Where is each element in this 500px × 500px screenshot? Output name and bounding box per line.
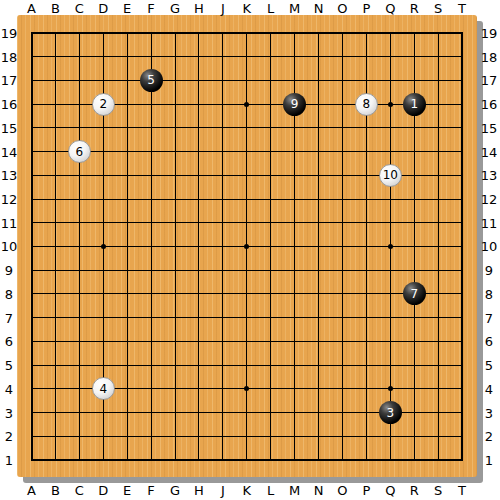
coord-label-bottom-F: F (147, 483, 154, 498)
star-point-K16 (244, 102, 249, 107)
stone-black-9-M16[interactable]: 9 (283, 93, 306, 116)
coord-label-bottom-C: C (75, 483, 84, 498)
coord-label-right-13: 13 (481, 168, 498, 183)
coord-label-left-15: 15 (1, 120, 18, 135)
coord-label-right-19: 19 (481, 26, 498, 41)
coord-label-right-8: 8 (485, 286, 493, 301)
coord-label-left-18: 18 (1, 49, 18, 64)
coord-label-top-M: M (289, 1, 300, 16)
coord-label-top-O: O (337, 1, 347, 16)
coord-label-right-18: 18 (481, 49, 498, 64)
coord-label-left-4: 4 (5, 381, 13, 396)
coord-label-top-L: L (267, 1, 274, 16)
coord-label-right-15: 15 (481, 120, 498, 135)
coord-label-top-G: G (170, 1, 180, 16)
stone-black-3-Q3[interactable]: 3 (379, 401, 402, 424)
coord-label-bottom-D: D (98, 483, 108, 498)
coord-label-left-1: 1 (5, 452, 13, 467)
coord-label-right-6: 6 (485, 334, 493, 349)
coord-label-right-5: 5 (485, 358, 493, 373)
grid-line-vertical (438, 32, 439, 461)
grid-line-horizontal (31, 436, 464, 437)
grid-line-horizontal (31, 365, 464, 366)
coord-label-left-13: 13 (1, 168, 18, 183)
coord-label-left-7: 7 (5, 310, 13, 325)
go-board-diagram: AABBCCDDEEFFGGHHJJKKLLMMNNOOPPQQRRSSTT19… (0, 0, 500, 500)
coord-label-left-5: 5 (5, 358, 13, 373)
coord-label-bottom-B: B (51, 483, 60, 498)
coord-label-top-J: J (221, 1, 225, 16)
stone-white-6-C14[interactable]: 6 (68, 140, 91, 163)
stone-white-8-P16[interactable]: 8 (355, 93, 378, 116)
coord-label-top-Q: Q (385, 1, 395, 16)
grid-line-horizontal (31, 341, 464, 342)
coord-label-left-12: 12 (1, 192, 18, 207)
coord-label-left-10: 10 (1, 239, 18, 254)
move-number: 4 (99, 383, 107, 395)
stone-black-5-F17[interactable]: 5 (140, 69, 163, 92)
coord-label-bottom-O: O (337, 483, 347, 498)
coord-label-left-2: 2 (5, 429, 13, 444)
coord-label-right-10: 10 (481, 239, 498, 254)
stone-black-1-R16[interactable]: 1 (403, 93, 426, 116)
grid-line-horizontal (31, 293, 464, 294)
coord-label-top-B: B (51, 1, 60, 16)
move-number: 8 (363, 98, 371, 110)
coord-label-top-D: D (98, 1, 108, 16)
coord-label-right-2: 2 (485, 429, 493, 444)
move-number: 10 (383, 169, 398, 181)
stone-black-7-R8[interactable]: 7 (403, 282, 426, 305)
coord-label-top-N: N (314, 1, 324, 16)
coord-label-bottom-N: N (314, 483, 324, 498)
coord-label-right-11: 11 (481, 215, 498, 230)
grid-line-vertical (461, 32, 463, 461)
coord-label-bottom-G: G (170, 483, 180, 498)
coord-label-bottom-Q: Q (385, 483, 395, 498)
coord-label-bottom-E: E (123, 483, 131, 498)
coord-label-top-E: E (123, 1, 131, 16)
move-number: 9 (291, 98, 299, 110)
stone-white-2-D16[interactable]: 2 (92, 93, 115, 116)
move-number: 5 (147, 74, 155, 86)
coord-label-left-16: 16 (1, 97, 18, 112)
coord-label-top-A: A (27, 1, 36, 16)
coord-label-top-H: H (194, 1, 204, 16)
coord-label-bottom-P: P (362, 483, 370, 498)
coord-label-bottom-S: S (434, 483, 442, 498)
coord-label-bottom-K: K (243, 483, 252, 498)
move-number: 1 (410, 98, 418, 110)
move-number: 2 (99, 98, 107, 110)
coord-label-top-R: R (410, 1, 419, 16)
move-number: 3 (386, 407, 394, 419)
coord-label-top-S: S (434, 1, 442, 16)
grid-line-horizontal (31, 317, 464, 318)
grid-line-horizontal (31, 459, 464, 461)
coord-label-right-14: 14 (481, 144, 498, 159)
coord-label-bottom-H: H (194, 483, 204, 498)
coord-label-right-4: 4 (485, 381, 493, 396)
coord-label-right-16: 16 (481, 97, 498, 112)
stone-white-10-Q13[interactable]: 10 (379, 164, 402, 187)
move-number: 6 (76, 146, 84, 158)
coord-label-right-7: 7 (485, 310, 493, 325)
coord-label-bottom-M: M (289, 483, 300, 498)
star-point-D10 (101, 244, 106, 249)
coord-label-left-17: 17 (1, 73, 18, 88)
grid-line-vertical (342, 32, 343, 461)
coord-label-top-P: P (362, 1, 370, 16)
stone-white-4-D4[interactable]: 4 (92, 377, 115, 400)
grid-line-horizontal (31, 270, 464, 271)
coord-label-left-9: 9 (5, 263, 13, 278)
coord-label-left-8: 8 (5, 286, 13, 301)
coord-label-bottom-L: L (267, 483, 274, 498)
coord-label-left-3: 3 (5, 405, 13, 420)
coord-label-right-17: 17 (481, 73, 498, 88)
coord-label-top-C: C (75, 1, 84, 16)
coord-label-left-14: 14 (1, 144, 18, 159)
star-point-Q16 (388, 102, 393, 107)
coord-label-left-11: 11 (1, 215, 18, 230)
coord-label-bottom-A: A (27, 483, 36, 498)
grid-line-vertical (318, 32, 319, 461)
coord-label-top-F: F (147, 1, 154, 16)
coord-label-right-12: 12 (481, 192, 498, 207)
coord-label-top-T: T (458, 1, 466, 16)
coord-label-left-19: 19 (1, 26, 18, 41)
coord-label-right-3: 3 (485, 405, 493, 420)
coord-label-left-6: 6 (5, 334, 13, 349)
coord-label-right-9: 9 (485, 263, 493, 278)
coord-label-bottom-J: J (221, 483, 225, 498)
coord-label-bottom-T: T (458, 483, 466, 498)
star-point-Q10 (388, 244, 393, 249)
coord-label-right-1: 1 (485, 452, 493, 467)
move-number: 7 (410, 288, 418, 300)
coord-label-top-K: K (243, 1, 252, 16)
coord-label-bottom-R: R (410, 483, 419, 498)
grid-line-vertical (270, 32, 271, 461)
